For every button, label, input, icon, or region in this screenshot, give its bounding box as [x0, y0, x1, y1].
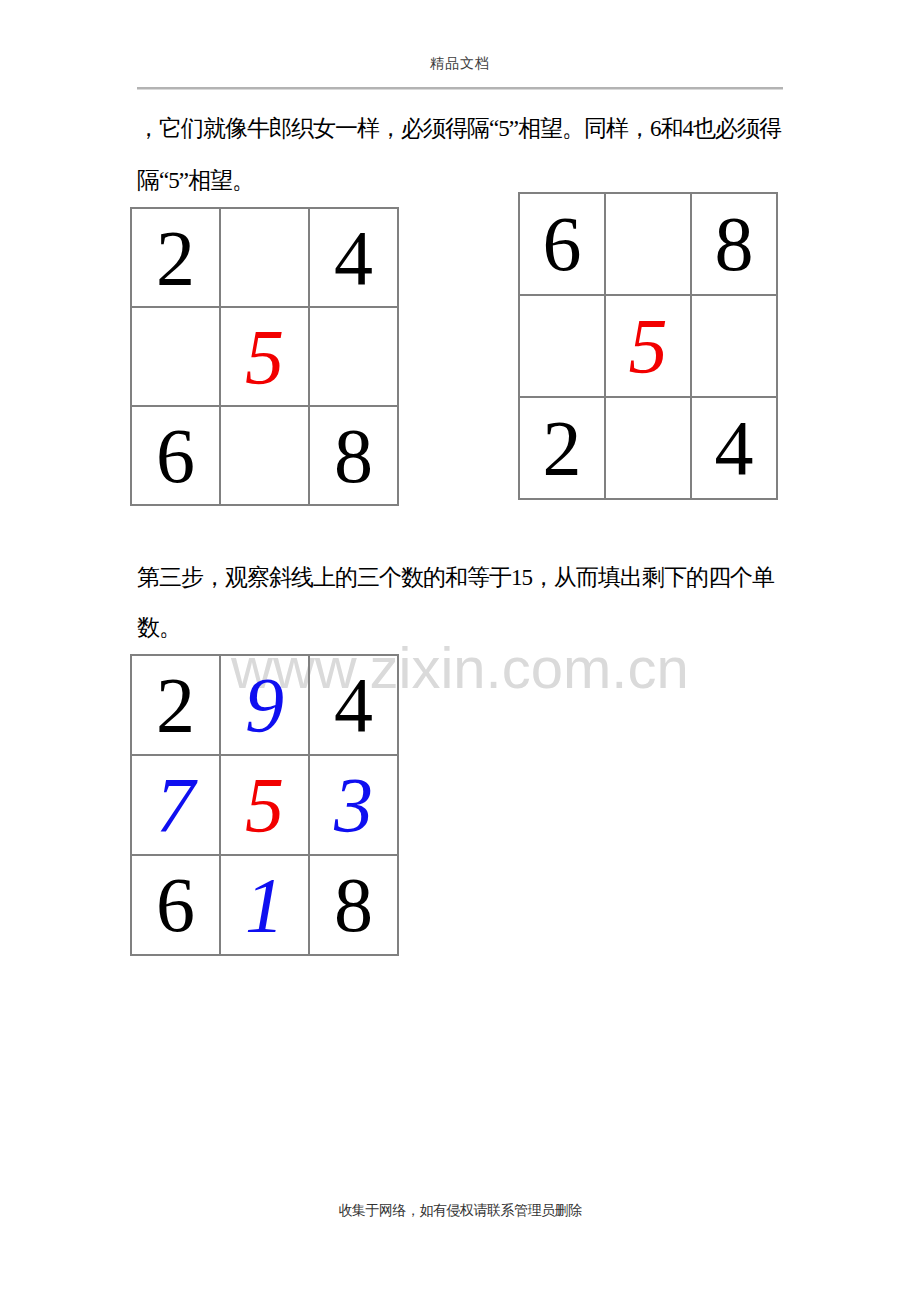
magic-square-step2-left: 2 4 5 6 8	[130, 207, 399, 506]
grid3-cell-r2c0: 6	[132, 856, 221, 956]
document-page: 精品文档 ，它们就像牛郎织女一样，必须得隔“5”相望。同样，6和4也必须得 隔“…	[0, 0, 920, 1302]
grid3-cell-r2c1: 1	[221, 856, 310, 956]
grid1-cell-r2c0: 6	[132, 407, 221, 506]
grid3-cell-r1c2: 3	[310, 756, 399, 856]
grid1-cell-r2c2: 8	[310, 407, 399, 506]
grid1-cell-r1c0	[132, 308, 221, 407]
grid2-cell-r1c1: 5	[606, 296, 692, 398]
grid2-cell-r0c1	[606, 194, 692, 296]
grid2-cell-r2c0: 2	[520, 398, 606, 500]
grid3-cell-r0c1: 9	[221, 656, 310, 756]
paragraph-step2-line1: ，它们就像牛郎织女一样，必须得隔“5”相望。同样，6和4也必须得	[137, 103, 781, 155]
grid2-cell-r0c0: 6	[520, 194, 606, 296]
footer-text: 收集于网络，如有侵权请联系管理员删除	[0, 1202, 920, 1220]
grid2-cell-r0c2: 8	[692, 194, 778, 296]
grid2-cell-r2c1	[606, 398, 692, 500]
grid3-cell-r0c0: 2	[132, 656, 221, 756]
grid1-cell-r0c1	[221, 209, 310, 308]
grid1-cell-r0c2: 4	[310, 209, 399, 308]
magic-square-step2-right: 6 8 5 2 4	[518, 192, 778, 500]
magic-square-step3-solution: 2 9 4 7 5 3 6 1 8	[130, 654, 399, 956]
grid2-cell-r1c2	[692, 296, 778, 398]
grid1-cell-r2c1	[221, 407, 310, 506]
grid3-cell-r0c2: 4	[310, 656, 399, 756]
grid3-cell-r1c1: 5	[221, 756, 310, 856]
grid1-cell-r1c2	[310, 308, 399, 407]
grid1-cell-r0c0: 2	[132, 209, 221, 308]
header-rule	[137, 87, 783, 90]
grid2-cell-r1c0	[520, 296, 606, 398]
header-title: 精品文档	[0, 55, 920, 73]
grid3-cell-r1c0: 7	[132, 756, 221, 856]
grid2-cell-r2c2: 4	[692, 398, 778, 500]
grid3-cell-r2c2: 8	[310, 856, 399, 956]
grid1-cell-r1c1: 5	[221, 308, 310, 407]
paragraph-step3-line1: 第三步，观察斜线上的三个数的和等于15，从而填出剩下的四个单	[137, 553, 774, 603]
